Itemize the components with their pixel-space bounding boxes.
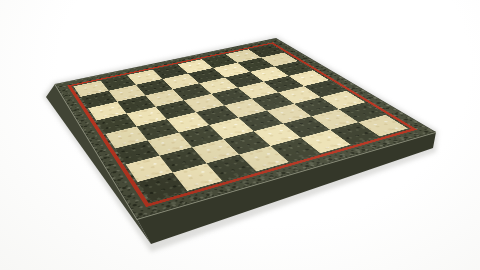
product-photo-stage [0, 0, 480, 270]
